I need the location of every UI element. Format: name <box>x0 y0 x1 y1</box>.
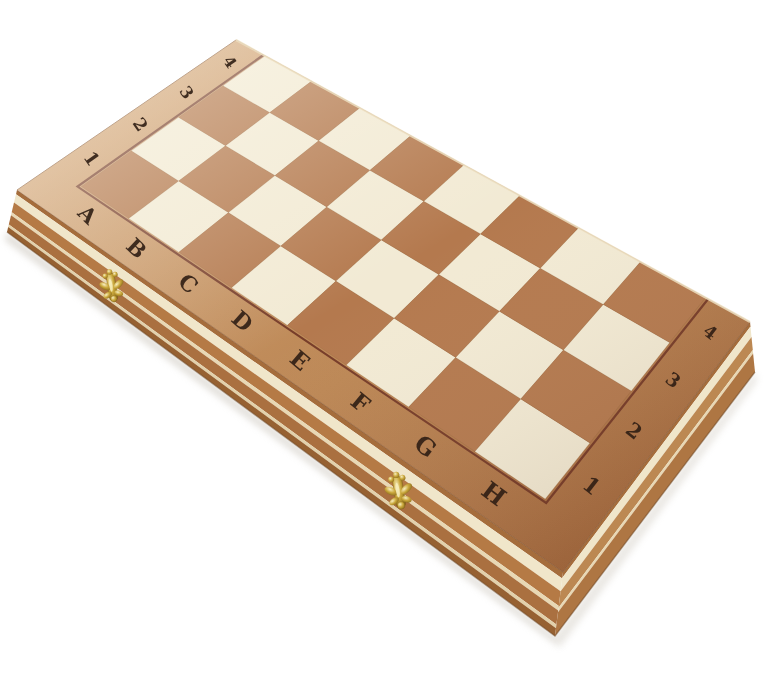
product-photo-scene: ABCDEFGH12341234 <box>0 0 768 684</box>
folding-chess-box: ABCDEFGH12341234 <box>0 0 768 684</box>
